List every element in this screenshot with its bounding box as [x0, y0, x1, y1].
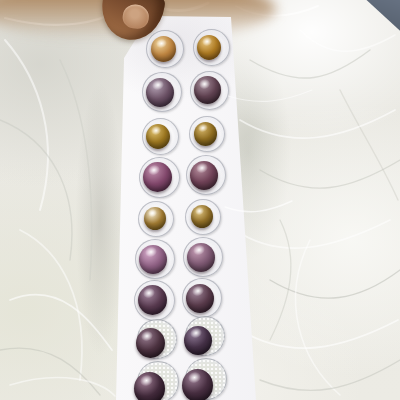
pearl-highlight — [186, 370, 202, 385]
pearl-stud-row7-left-dark-aubergine — [138, 285, 167, 315]
pearl-highlight — [197, 123, 209, 134]
pearl-stud-row5-right-gold — [191, 205, 213, 228]
pearl-highlight — [150, 79, 164, 92]
pearl-stud-row2-right-silvery-dark-plum — [194, 76, 221, 104]
pearl-stud-row7-right-dark-aubergine — [186, 284, 214, 313]
pearl-highlight — [188, 327, 202, 340]
pearl-stud-row3-left-bronze-gold — [146, 124, 170, 149]
pearl-stud-row9-right-darkest-plum — [182, 369, 213, 400]
pearl-highlight — [138, 373, 154, 388]
pearl-stud-row9-left-darkest-plum — [134, 372, 165, 400]
pearl-highlight — [198, 77, 212, 90]
pearl-stud-row2-left-silvery-dark-plum — [146, 78, 174, 107]
pearl-stud-row3-right-bronze-gold — [194, 122, 217, 146]
pearl-stud-row4-right-vivid-purple — [190, 161, 218, 190]
pearl-stud-row1-right-golden-peach — [197, 35, 221, 60]
pearl-highlight — [147, 163, 162, 176]
pearl-highlight — [190, 285, 204, 298]
pearl-highlight — [142, 286, 157, 299]
pearl-stud-row1-left-golden-peach — [151, 36, 176, 62]
pearl-stud-row6-right-lavender-purple — [187, 243, 215, 272]
pearl-highlight — [191, 244, 205, 257]
pearl-stud-row6-left-lavender-purple — [139, 245, 167, 274]
pearl-stud-row4-left-vivid-purple — [143, 162, 172, 192]
pearl-studs-layer — [0, 0, 400, 400]
pearl-stud-row8-left-dark-plum — [136, 328, 165, 358]
pearl-highlight — [154, 37, 167, 49]
pearl-highlight — [194, 206, 205, 216]
pearl-highlight — [194, 162, 208, 175]
pearl-highlight — [201, 36, 213, 47]
pearl-highlight — [150, 125, 162, 136]
photo-scene — [0, 0, 400, 400]
pearl-stud-row8-right-dark-plum — [184, 326, 212, 355]
pearl-stud-row5-left-gold — [144, 207, 166, 230]
pearl-highlight — [140, 329, 155, 342]
pearl-highlight — [147, 208, 158, 218]
pearl-highlight — [143, 246, 157, 259]
